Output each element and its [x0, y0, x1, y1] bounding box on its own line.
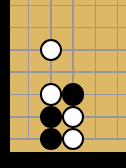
screenshot-root	[0, 0, 126, 168]
bottom-letterbox	[0, 152, 126, 168]
grid-line-horizontal	[10, 27, 126, 29]
grid-line-vertical	[28, 0, 30, 140]
grid-line-horizontal	[10, 71, 126, 73]
grid-line-horizontal	[10, 49, 126, 51]
left-letterbox	[0, 0, 10, 168]
stone-black	[62, 83, 85, 106]
grid-line-vertical	[95, 0, 97, 140]
stone-white	[40, 83, 63, 106]
stone-white	[40, 39, 63, 62]
stone-black	[40, 106, 63, 129]
grid-line-vertical	[117, 0, 119, 140]
grid-line-horizontal	[10, 5, 126, 7]
